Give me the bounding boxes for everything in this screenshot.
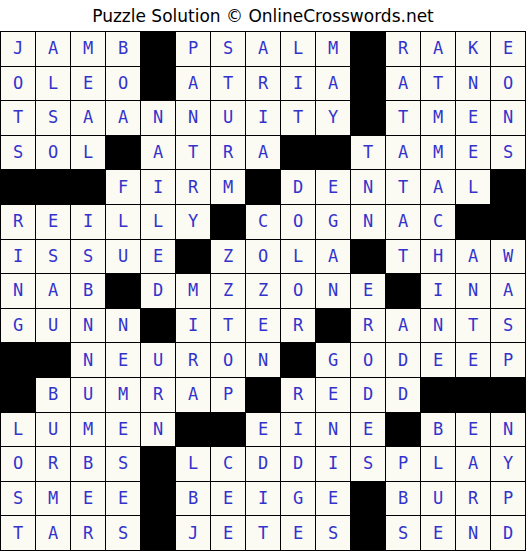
letter-cell: M [36,482,70,516]
letter-cell: Y [491,447,525,481]
letter-cell: Z [211,274,245,308]
letter-cell: I [281,67,315,101]
black-cell [141,32,175,66]
letter-cell: N [71,343,105,377]
letter-cell: R [281,309,315,343]
letter-cell: E [246,309,280,343]
letter-cell: P [176,32,210,66]
letter-cell: R [351,309,385,343]
letter-cell: P [211,378,245,412]
letter-cell: M [71,32,105,66]
puzzle-solution-page: Puzzle Solution © OnlineCrosswords.net J… [0,0,526,551]
crossword-grid: JAMBPSALMRAKEOLEOATRIAATNOTSAANNUITYTMEN… [0,31,526,551]
letter-cell: T [1,101,35,135]
black-cell [281,136,315,170]
black-cell [106,136,140,170]
letter-cell: O [211,343,245,377]
letter-cell: E [36,205,70,239]
letter-cell: E [106,413,140,447]
black-cell [246,170,280,204]
letter-cell: E [106,482,140,516]
letter-cell: N [456,516,490,550]
letter-cell: O [1,447,35,481]
letter-cell: A [491,274,525,308]
letter-cell: A [36,516,70,550]
letter-cell: N [246,343,280,377]
letter-cell: N [1,274,35,308]
letter-cell: E [351,274,385,308]
letter-cell: T [211,309,245,343]
letter-cell: T [386,101,420,135]
black-cell [36,170,70,204]
letter-cell: U [36,309,70,343]
letter-cell: O [351,343,385,377]
letter-cell: C [211,447,245,481]
letter-cell: L [176,447,210,481]
letter-cell: N [421,309,455,343]
letter-cell: L [456,170,490,204]
black-cell [1,378,35,412]
letter-cell: E [491,32,525,66]
letter-cell: A [246,32,280,66]
letter-cell: R [36,447,70,481]
letter-cell: B [71,447,105,481]
letter-cell: K [456,32,490,66]
letter-cell: O [36,136,70,170]
letter-cell: B [421,413,455,447]
letter-cell: E [456,136,490,170]
letter-cell: T [456,309,490,343]
letter-cell: T [351,136,385,170]
letter-cell: T [386,240,420,274]
black-cell [176,240,210,274]
letter-cell: N [141,413,175,447]
letter-cell: T [246,516,280,550]
letter-cell: F [106,170,140,204]
letter-cell: E [456,413,490,447]
letter-cell: R [281,378,315,412]
letter-cell: S [491,136,525,170]
letter-cell: S [71,240,105,274]
letter-cell: S [1,136,35,170]
letter-cell: S [211,32,245,66]
letter-cell: A [106,101,140,135]
letter-cell: W [491,240,525,274]
letter-cell: S [1,482,35,516]
letter-cell: I [281,413,315,447]
letter-cell: N [71,309,105,343]
letter-cell: N [351,205,385,239]
letter-cell: N [491,413,525,447]
letter-cell: L [1,413,35,447]
letter-cell: O [106,67,140,101]
black-cell [246,378,280,412]
letter-cell: E [211,516,245,550]
letter-cell: N [316,413,350,447]
letter-cell: G [316,343,350,377]
black-cell [176,413,210,447]
black-cell [351,32,385,66]
letter-cell: A [456,447,490,481]
black-cell [351,240,385,274]
letter-cell: N [141,101,175,135]
black-cell [211,205,245,239]
letter-cell: A [36,274,70,308]
letter-cell: A [386,136,420,170]
letter-cell: A [246,136,280,170]
black-cell [316,136,350,170]
letter-cell: O [281,274,315,308]
letter-cell: H [421,240,455,274]
letter-cell: S [491,309,525,343]
black-cell [1,170,35,204]
letter-cell: M [316,32,350,66]
letter-cell: O [1,67,35,101]
letter-cell: L [36,67,70,101]
letter-cell: O [246,240,280,274]
letter-cell: P [491,343,525,377]
letter-cell: B [176,482,210,516]
letter-cell: E [71,482,105,516]
black-cell [351,482,385,516]
letter-cell: R [176,170,210,204]
letter-cell: S [316,516,350,550]
letter-cell: D [351,378,385,412]
letter-cell: A [316,240,350,274]
letter-cell: Z [211,240,245,274]
letter-cell: D [246,447,280,481]
letter-cell: U [71,378,105,412]
black-cell [456,378,490,412]
letter-cell: N [491,101,525,135]
letter-cell: M [211,170,245,204]
letter-cell: E [351,413,385,447]
letter-cell: I [246,101,280,135]
letter-cell: G [281,482,315,516]
black-cell [421,378,455,412]
letter-cell: I [421,274,455,308]
letter-cell: E [211,482,245,516]
letter-cell: R [456,482,490,516]
letter-cell: N [106,309,140,343]
black-cell [141,447,175,481]
letter-cell: S [36,240,70,274]
letter-cell: D [141,274,175,308]
letter-cell: A [176,378,210,412]
letter-cell: R [1,205,35,239]
black-cell [141,309,175,343]
letter-cell: N [351,170,385,204]
letter-cell: M [421,136,455,170]
black-cell [141,67,175,101]
letter-cell: O [281,205,315,239]
letter-cell: E [106,343,140,377]
letter-cell: D [281,170,315,204]
letter-cell: A [141,136,175,170]
letter-cell: A [71,101,105,135]
letter-cell: D [386,378,420,412]
letter-cell: R [141,378,175,412]
letter-cell: Y [176,205,210,239]
letter-cell: I [316,447,350,481]
letter-cell: L [421,447,455,481]
letter-cell: I [176,309,210,343]
letter-cell: G [316,205,350,239]
black-cell [351,101,385,135]
letter-cell: R [71,516,105,550]
letter-cell: R [176,343,210,377]
letter-cell: A [36,32,70,66]
letter-cell: G [1,309,35,343]
black-cell [491,205,525,239]
letter-cell: U [36,413,70,447]
letter-cell: E [421,516,455,550]
black-cell [456,205,490,239]
letter-cell: L [141,205,175,239]
letter-cell: B [106,32,140,66]
black-cell [71,170,105,204]
letter-cell: O [491,67,525,101]
letter-cell: I [141,170,175,204]
letter-cell: U [141,343,175,377]
letter-cell: E [71,67,105,101]
letter-cell: M [106,378,140,412]
letter-cell: C [421,205,455,239]
letter-cell: B [36,378,70,412]
black-cell [281,343,315,377]
letter-cell: S [386,516,420,550]
letter-cell: T [386,170,420,204]
page-title: Puzzle Solution © OnlineCrosswords.net [0,0,526,31]
black-cell [386,274,420,308]
letter-cell: E [246,413,280,447]
letter-cell: A [316,67,350,101]
letter-cell: Y [316,101,350,135]
letter-cell: L [281,32,315,66]
black-cell [141,482,175,516]
letter-cell: A [421,32,455,66]
letter-cell: N [456,274,490,308]
letter-cell: E [421,343,455,377]
black-cell [1,343,35,377]
letter-cell: T [211,67,245,101]
black-cell [141,516,175,550]
letter-cell: C [246,205,280,239]
letter-cell: N [316,274,350,308]
letter-cell: I [246,482,280,516]
black-cell [351,67,385,101]
letter-cell: E [141,240,175,274]
black-cell [351,516,385,550]
letter-cell: A [386,67,420,101]
letter-cell: M [71,413,105,447]
letter-cell: A [176,67,210,101]
letter-cell: S [36,101,70,135]
black-cell [386,413,420,447]
letter-cell: P [491,482,525,516]
letter-cell: J [1,32,35,66]
letter-cell: M [176,274,210,308]
letter-cell: A [421,170,455,204]
letter-cell: E [456,343,490,377]
letter-cell: U [211,101,245,135]
letter-cell: U [106,240,140,274]
letter-cell: N [456,67,490,101]
black-cell [491,378,525,412]
letter-cell: R [211,136,245,170]
letter-cell: E [316,170,350,204]
letter-cell: L [281,240,315,274]
letter-cell: D [386,343,420,377]
letter-cell: Z [246,274,280,308]
letter-cell: E [281,516,315,550]
black-cell [491,170,525,204]
letter-cell: T [176,136,210,170]
black-cell [316,309,350,343]
letter-cell: S [106,516,140,550]
letter-cell: M [421,101,455,135]
letter-cell: R [386,32,420,66]
letter-cell: R [246,67,280,101]
letter-cell: I [1,240,35,274]
letter-cell: A [456,240,490,274]
letter-cell: T [1,516,35,550]
letter-cell: L [71,136,105,170]
letter-cell: B [386,482,420,516]
letter-cell: T [421,67,455,101]
letter-cell: T [281,101,315,135]
letter-cell: A [386,309,420,343]
letter-cell: U [421,482,455,516]
letter-cell: J [176,516,210,550]
letter-cell: P [386,447,420,481]
black-cell [211,413,245,447]
letter-cell: I [71,205,105,239]
letter-cell: D [491,516,525,550]
letter-cell: E [316,378,350,412]
letter-cell: A [386,205,420,239]
letter-cell: E [316,482,350,516]
letter-cell: B [71,274,105,308]
black-cell [106,274,140,308]
letter-cell: S [106,447,140,481]
letter-cell: L [106,205,140,239]
black-cell [36,343,70,377]
letter-cell: D [281,447,315,481]
letter-cell: N [176,101,210,135]
letter-cell: S [351,447,385,481]
letter-cell: E [456,101,490,135]
